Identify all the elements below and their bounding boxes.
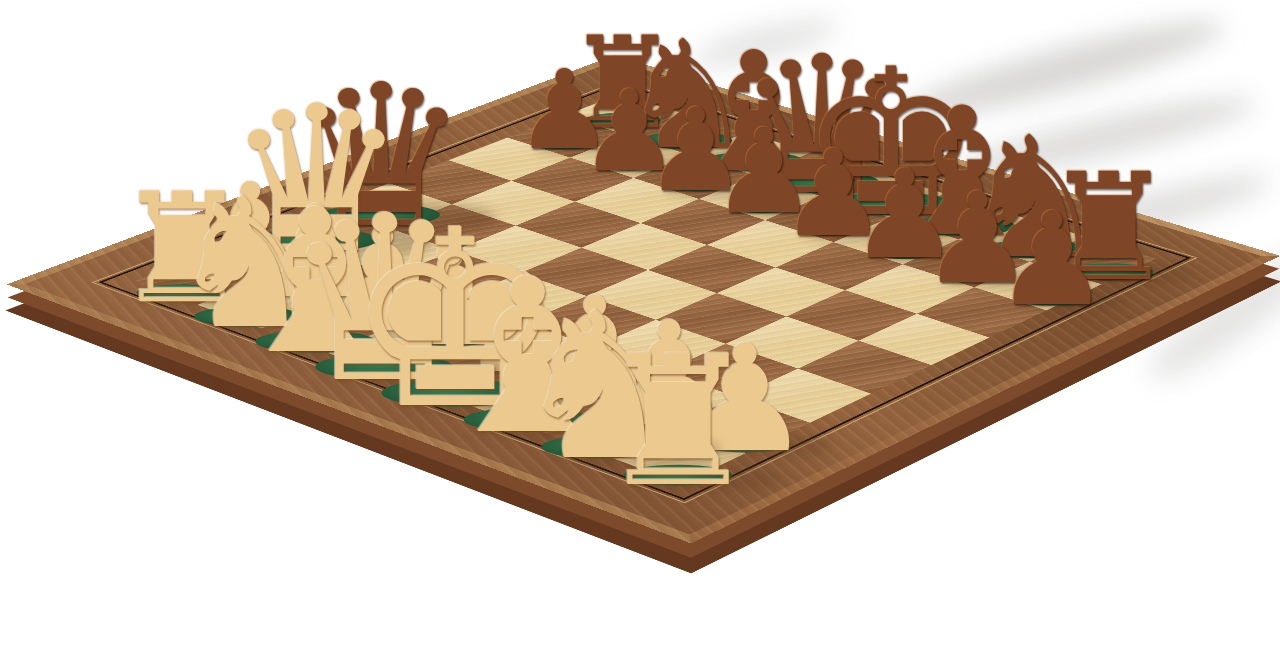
white-rook-glyph: ♜ xyxy=(597,332,759,512)
black-pawn-glyph: ♟ xyxy=(995,196,1110,325)
chess-set-photo: ♜♞♟♝♟♛♟♚♟♛♝♟♛♞♟♟♜♟♟♜♟♟♞♟♝♟♛♟♚♟♝♟♞♜ xyxy=(0,0,1280,658)
